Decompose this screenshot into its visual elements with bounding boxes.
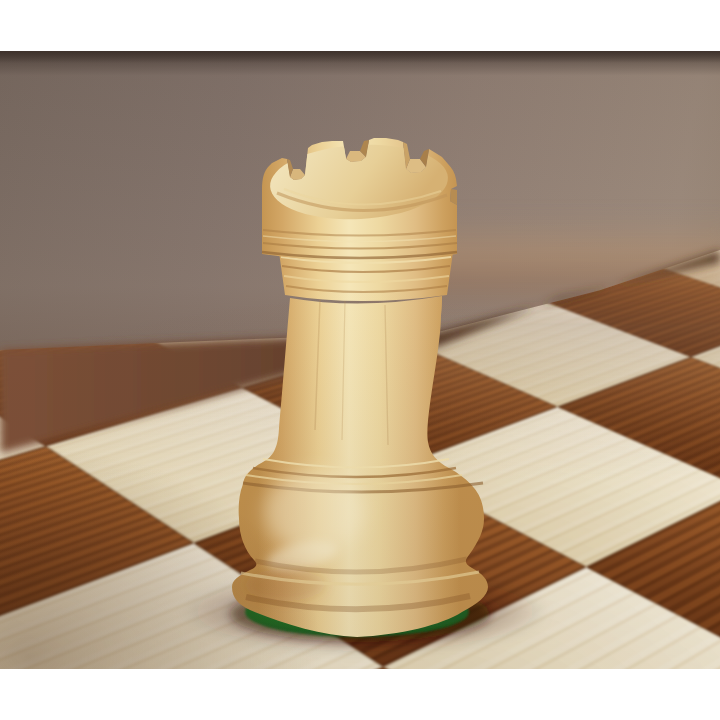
bottom-margin <box>0 669 720 720</box>
rook-turret <box>262 138 457 261</box>
photo-area <box>0 51 720 669</box>
product-photo <box>0 0 720 720</box>
white-rook <box>0 51 720 669</box>
rook-body <box>232 296 488 637</box>
top-margin <box>0 0 720 51</box>
